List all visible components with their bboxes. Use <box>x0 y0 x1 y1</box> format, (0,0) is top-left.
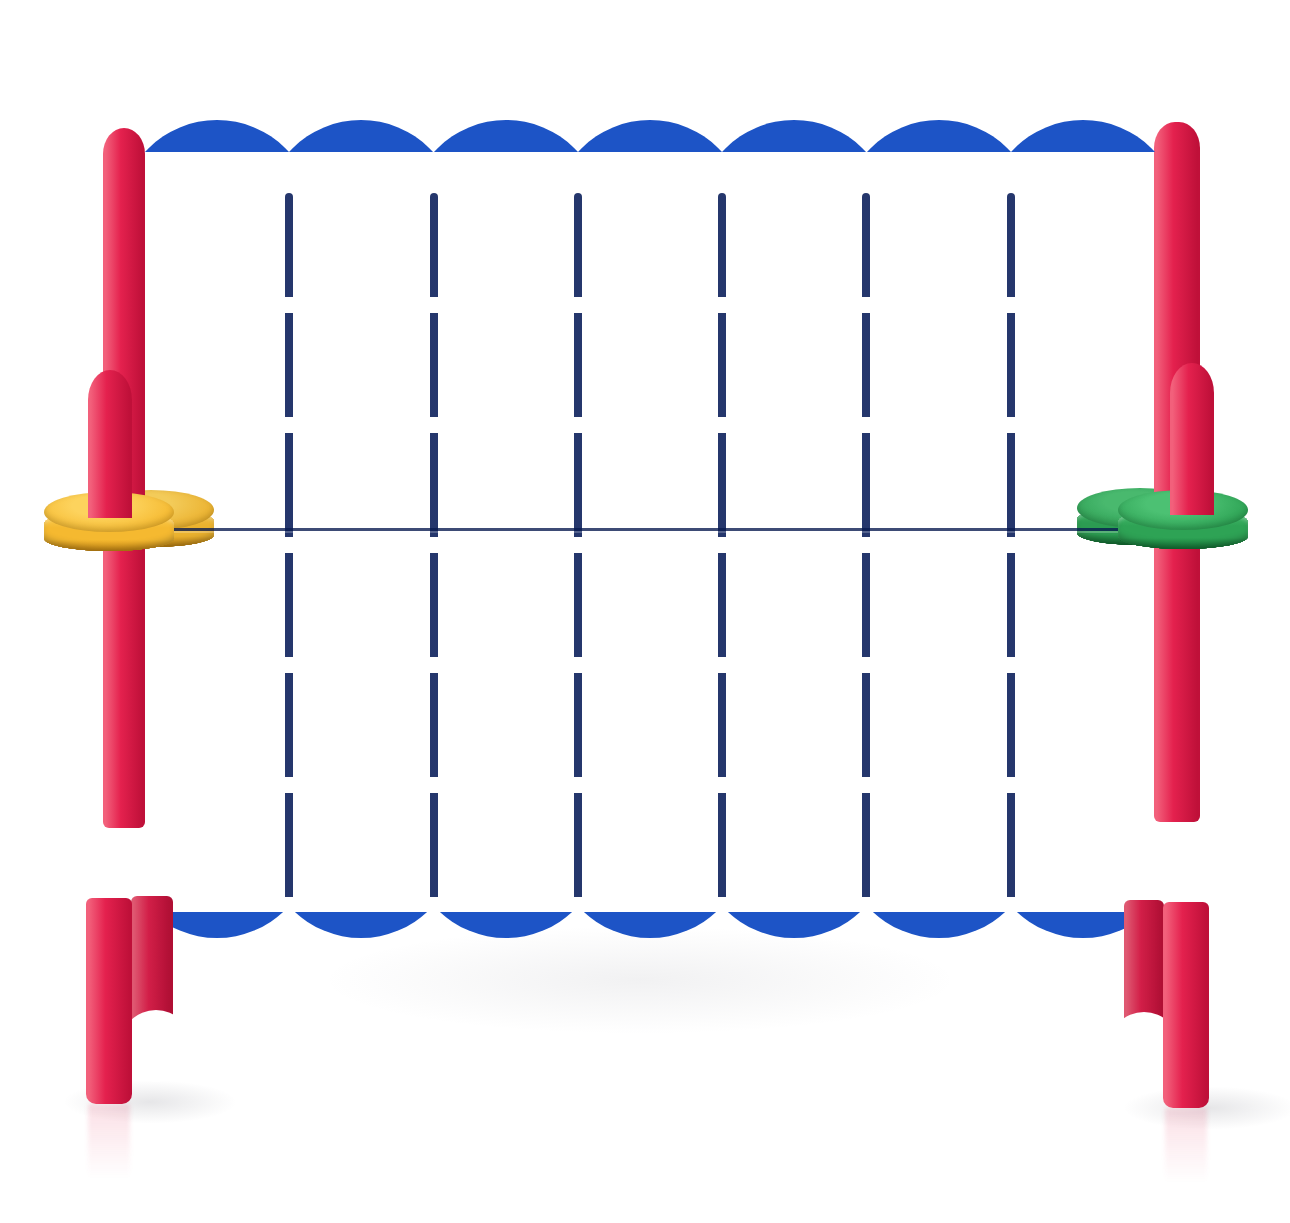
board-scallop-hump <box>409 120 603 152</box>
column-divider-slot <box>285 193 293 905</box>
column-divider-slot <box>574 193 582 905</box>
column-divider-slot <box>718 193 726 905</box>
board-scallop-hump <box>842 912 1036 938</box>
left-storage-pole <box>88 370 132 518</box>
board-column-slots <box>145 193 1155 905</box>
column-divider-slot <box>862 193 870 905</box>
board-scallop-hump <box>553 120 747 152</box>
board-scallop-hump <box>842 120 1036 152</box>
board-scallop-hump <box>553 912 747 938</box>
column-divider-slot <box>1007 193 1015 905</box>
right-leg-reflection <box>1165 1108 1207 1182</box>
board-scallop-hump <box>409 912 603 938</box>
left-front-leg <box>86 898 132 1104</box>
board-top-scallops <box>145 116 1155 152</box>
left-leg-reflection <box>88 1104 130 1178</box>
board-bottom-scallops <box>145 912 1155 938</box>
right-front-leg <box>1163 902 1209 1108</box>
board-scallop-hump <box>145 120 314 152</box>
product-photo-stage <box>0 0 1290 1223</box>
board-scallop-hump <box>697 912 891 938</box>
board-scallop-hump <box>264 912 458 938</box>
board-scallop-hump <box>264 120 458 152</box>
board-scallop-hump <box>986 120 1155 152</box>
connect-four-board <box>145 116 1155 950</box>
board-scallop-hump <box>697 120 891 152</box>
right-storage-pole <box>1170 363 1214 515</box>
board-middle-seam <box>147 528 1153 531</box>
column-divider-slot <box>430 193 438 905</box>
